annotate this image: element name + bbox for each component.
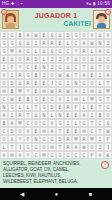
grid-cell[interactable]: W [32,31,40,39]
grid-cell[interactable]: R [16,71,24,79]
grid-cell[interactable]: N [72,79,80,87]
grid-cell[interactable]: N [32,135,40,143]
grid-cell[interactable]: A [0,111,8,119]
grid-cell[interactable]: R [24,79,32,87]
word-list-line: WILDEBEEST, ELEPHANT, BELUGA, [3,179,109,185]
grid-cell[interactable]: R [64,143,72,151]
recents-icon[interactable]: ■ [89,188,92,200]
grid-cell[interactable]: S [32,95,40,103]
grid-cell[interactable]: Y [72,47,80,55]
grid-cell[interactable]: N [40,111,48,119]
grid-cell[interactable]: M [16,87,24,95]
grid-cell[interactable]: A [16,47,24,55]
grid-cell[interactable]: S [24,71,32,79]
grid-cell[interactable]: U [88,55,96,63]
grid-cell[interactable]: L [72,119,80,127]
word-list: SQUIRREL, REINDEER, ANCHOVIES,ALLIGATOR,… [3,161,109,185]
grid-cell[interactable]: A [72,87,80,95]
avatar-body [97,23,106,28]
grid-cell[interactable]: G [32,143,40,151]
grid-cell[interactable]: S [56,151,64,159]
grid-cell[interactable]: I [96,71,104,79]
grid-cell[interactable]: L [80,103,88,111]
grid-cell[interactable]: F [24,135,32,143]
grid-cell[interactable]: Q [48,31,56,39]
grid-cell[interactable]: D [32,55,40,63]
grid-cell[interactable]: E [0,55,8,63]
status-bar: HG ✚ ◌ ▪ ▾▴ ▮ 10:56 [0,0,112,8]
grid-cell[interactable]: S [0,47,8,55]
grid-cell[interactable]: X [8,135,16,143]
grid-cell[interactable]: L [64,39,72,47]
android-nav-bar: ◀ ● ■ [0,188,112,200]
grid-cell[interactable]: V [56,95,64,103]
grid-cell[interactable]: B [16,31,24,39]
grid-cell[interactable]: V [48,119,56,127]
grid-cell[interactable]: T [72,71,80,79]
grid-cell[interactable]: S [0,39,8,47]
player1-avatar: 8 [2,10,19,29]
grid-cell[interactable]: C [0,127,8,135]
grid-cell[interactable]: C [88,127,96,135]
grid-cell[interactable]: U [40,47,48,55]
grid-cell[interactable]: M [88,95,96,103]
player2-name: CAKITEI [21,20,91,27]
grid-cell[interactable]: G [48,135,56,143]
grid-cell[interactable]: N [96,39,104,47]
grid-cell[interactable]: V [96,151,104,159]
grid-cell[interactable]: E [32,63,40,71]
grid-cell[interactable]: G [56,47,64,55]
grid-cell[interactable]: G [24,47,32,55]
grid-cell[interactable]: I [64,119,72,127]
grid-cell[interactable]: L [0,143,8,151]
grid-cell[interactable]: C [24,119,32,127]
grid-cell[interactable]: I [96,135,104,143]
grid-cell[interactable]: S [40,103,48,111]
grid-cell[interactable]: M [88,135,96,143]
grid-cell[interactable]: Ç [72,63,80,71]
grid-cell[interactable]: S [8,103,16,111]
grid-cell[interactable]: M [8,47,16,55]
grid-cell[interactable]: L [88,47,96,55]
grid-cell[interactable]: E [72,111,80,119]
avatar-face [7,16,14,23]
grid-cell[interactable]: E [16,95,24,103]
grid-cell[interactable]: W [56,71,64,79]
grid-cell[interactable]: A [80,111,88,119]
grid-cell[interactable]: U [8,55,16,63]
grid-cell[interactable]: T [56,127,64,135]
grid-cell[interactable]: G [56,63,64,71]
grid-cell[interactable]: W [80,143,88,151]
grid-cell[interactable]: A [96,47,104,55]
grid-cell[interactable]: I [80,87,88,95]
grid-cell[interactable]: G [40,119,48,127]
grid-cell[interactable]: S [96,95,104,103]
grid-cell[interactable]: U [96,87,104,95]
grid-cell[interactable]: O [80,31,88,39]
grid-cell[interactable]: P [104,135,112,143]
grid-cell[interactable]: K [104,151,112,159]
grid-cell[interactable]: F [64,55,72,63]
grid-cell[interactable]: A [104,71,112,79]
grid-cell[interactable]: H [40,87,48,95]
grid-cell[interactable]: W [104,127,112,135]
grid-cell[interactable]: N [0,103,8,111]
grid-cell[interactable]: C [32,151,40,159]
app-screen: HG ✚ ◌ ▪ ▾▴ ▮ 10:56 8 JUGADOR 1 CAKITEI … [0,0,112,200]
grid-cell[interactable]: L [48,111,56,119]
signal-icon: ▾▴ ▮ [86,1,95,6]
grid-cell[interactable]: U [96,31,104,39]
grid-cell[interactable]: A [24,31,32,39]
grid-cell[interactable]: Z [0,31,8,39]
grid-cell[interactable]: E [32,79,40,87]
grid-cell[interactable]: R [24,55,32,63]
grid-cell[interactable]: O [104,63,112,71]
grid-cell[interactable]: G [40,135,48,143]
grid-cell[interactable]: A [72,143,80,151]
grid-cell[interactable]: H [0,87,8,95]
grid-cell[interactable]: M [104,87,112,95]
grid-cell[interactable]: E [32,87,40,95]
grid-cell[interactable]: V [0,71,8,79]
grid-cell[interactable]: B [96,111,104,119]
grid-cell[interactable]: T [24,111,32,119]
grid-cell[interactable]: G [80,79,88,87]
grid-cell[interactable]: T [96,103,104,111]
grid-cell[interactable]: I [88,111,96,119]
grid-cell[interactable]: Ç [72,151,80,159]
grid-cell[interactable]: H [80,127,88,135]
grid-cell[interactable]: O [88,143,96,151]
grid-cell[interactable]: J [104,143,112,151]
grid-cell[interactable]: Y [24,87,32,95]
clock-text: 10:56 [97,1,110,6]
grid-cell[interactable]: W [8,95,16,103]
grid-cell[interactable]: B [8,87,16,95]
hint-button[interactable]: ? [101,161,109,169]
grid-cell[interactable]: E [40,31,48,39]
grid-cell[interactable]: I [64,79,72,87]
grid-cell[interactable]: R [48,39,56,47]
grid-cell[interactable]: L [80,95,88,103]
grid-cell[interactable]: S [72,31,80,39]
grid-cell[interactable]: E [72,127,80,135]
grid-cell[interactable]: E [40,79,48,87]
grid-cell[interactable]: L [32,47,40,55]
grid-cell[interactable]: A [80,39,88,47]
grid-cell[interactable]: S [8,39,16,47]
grid-cell[interactable]: R [80,47,88,55]
grid-cell[interactable]: H [48,143,56,151]
grid-cell[interactable]: R [80,135,88,143]
grid-cell[interactable]: Q [48,47,56,55]
grid-cell[interactable]: K [64,71,72,79]
grid-cell[interactable]: A [80,71,88,79]
avatar-body [6,23,15,28]
grid-cell[interactable]: O [88,79,96,87]
players-header: 8 JUGADOR 1 CAKITEI 7 [0,8,112,31]
grid-cell[interactable]: T [104,79,112,87]
grid-cell[interactable]: Z [48,55,56,63]
word-list-panel: SQUIRREL, REINDEER, ANCHOVIES,ALLIGATOR,… [0,159,112,188]
grid-cell[interactable]: T [8,143,16,151]
grid-cell[interactable]: F [8,63,16,71]
grid-cell[interactable]: O [80,55,88,63]
grid-cell[interactable]: E [32,127,40,135]
grid-cell[interactable]: U [64,63,72,71]
grid-cell[interactable]: T [96,63,104,71]
grid-cell[interactable]: Y [16,63,24,71]
player2-avatar: 7 [93,10,110,29]
grid-cell[interactable]: E [88,71,96,79]
grid-cell[interactable]: P [88,151,96,159]
grid-cell[interactable]: H [88,87,96,95]
grid-cell[interactable]: G [104,47,112,55]
grid-cell[interactable]: U [56,31,64,39]
grid-cell[interactable]: S [24,143,32,151]
grid-cell[interactable]: D [64,31,72,39]
grid-cell[interactable]: O [0,79,8,87]
grid-cell[interactable]: W [48,87,56,95]
grid-cell[interactable]: S [56,119,64,127]
grid-cell[interactable]: R [64,103,72,111]
notification-icons: HG ✚ ◌ ▪ [2,0,23,8]
grid-cell[interactable]: G [56,79,64,87]
grid-cell[interactable]: U [72,55,80,63]
grid-cell[interactable]: R [16,111,24,119]
grid-cell[interactable]: G [64,151,72,159]
grid-cell[interactable]: B [0,119,8,127]
grid-cell[interactable]: Z [96,143,104,151]
grid-cell[interactable]: G [48,95,56,103]
grid-cell[interactable]: J [48,79,56,87]
grid-cell[interactable]: L [24,103,32,111]
grid-cell[interactable]: L [96,79,104,87]
grid-cell[interactable]: M [16,119,24,127]
grid-cell[interactable]: T [88,119,96,127]
grid-cell[interactable]: U [16,79,24,87]
grid-cell[interactable]: T [56,143,64,151]
grid-cell[interactable]: G [104,55,112,63]
player1-score-badge: 8 [1,9,7,15]
grid-cell[interactable]: O [48,71,56,79]
grid-cell[interactable]: H [40,127,48,135]
grid-cell[interactable]: R [56,87,64,95]
grid-cell[interactable]: I [64,95,72,103]
grid-cell[interactable]: T [32,103,40,111]
grid-cell[interactable]: O [16,55,24,63]
grid-cell[interactable]: U [88,63,96,71]
player-names: JUGADOR 1 CAKITEI [19,12,93,27]
grid-cell[interactable]: O [104,111,112,119]
grid-cell[interactable]: T [96,127,104,135]
grid-cell[interactable]: Ç [80,151,88,159]
grid-cell[interactable]: W [88,39,96,47]
grid-cell[interactable]: Ç [64,47,72,55]
grid-cell[interactable]: N [56,111,64,119]
grid-cell[interactable]: A [48,127,56,135]
grid-cell[interactable]: E [64,127,72,135]
grid-cell[interactable]: C [24,63,32,71]
grid-cell[interactable]: G [80,119,88,127]
grid-cell[interactable]: O [32,119,40,127]
grid-cell[interactable]: M [72,135,80,143]
home-icon[interactable]: ● [55,188,58,200]
grid-cell[interactable]: P [72,103,80,111]
grid-cell[interactable]: N [40,63,48,71]
grid-cell[interactable]: Q [104,119,112,127]
grid-cell[interactable]: U [32,111,40,119]
word-search-grid[interactable]: ZGBAWEQUDSOVUVSSQUIRRELÇAWNZSMAGLUQGÇYRL… [0,31,112,159]
grid-cell[interactable]: E [64,111,72,119]
grid-cell[interactable]: I [8,71,16,79]
player2-score-badge: 7 [105,9,111,15]
back-icon[interactable]: ◀ [20,188,24,200]
grid-cell[interactable]: W [64,87,72,95]
grid-cell[interactable]: H [72,95,80,103]
grid-cell[interactable]: T [104,95,112,103]
grid-cell[interactable]: O [16,127,24,135]
grid-cell[interactable]: E [40,95,48,103]
grid-cell[interactable]: V [88,31,96,39]
grid-cell[interactable]: R [64,135,72,143]
grid-cell[interactable]: L [16,103,24,111]
avatar-face [98,16,105,23]
grid-cell[interactable]: D [56,135,64,143]
grid-cell[interactable]: D [48,103,56,111]
grid-cell[interactable]: I [8,111,16,119]
grid-cell[interactable]: Z [104,39,112,47]
grid-cell[interactable]: G [8,31,16,39]
grid-cell[interactable]: Y [24,151,32,159]
player1-name: JUGADOR 1 [21,12,91,19]
grid-cell[interactable]: E [56,103,64,111]
grid-cell[interactable]: O [40,143,48,151]
grid-cell[interactable]: J [16,143,24,151]
grid-cell[interactable]: V [24,127,32,135]
grid-cell[interactable]: E [56,39,64,47]
grid-cell[interactable]: Z [56,55,64,63]
grid-cell[interactable]: G [48,151,56,159]
grid-cell[interactable]: T [80,63,88,71]
grid-cell[interactable]: M [40,151,48,159]
grid-cell[interactable]: A [8,119,16,127]
grid-cell[interactable]: L [40,55,48,63]
grid-cell[interactable]: Q [16,39,24,47]
grid-cell[interactable]: Ç [72,39,80,47]
grid-cell[interactable]: I [32,39,40,47]
grid-cell[interactable]: O [0,135,8,143]
grid-cell[interactable]: V [0,151,8,159]
grid-cell[interactable]: D [8,79,16,87]
grid-cell[interactable]: B [24,95,32,103]
grid-cell[interactable]: I [0,63,8,71]
grid-cell[interactable]: Ç [96,119,104,127]
grid-cell[interactable]: D [8,127,16,135]
grid-cell[interactable]: U [24,39,32,47]
grid-cell[interactable]: H [8,151,16,159]
grid-cell[interactable]: B [32,71,40,79]
grid-cell[interactable]: R [40,39,48,47]
grid-cell[interactable]: C [0,95,8,103]
grid-cell[interactable]: G [104,103,112,111]
system-status-icons: ▾▴ ▮ 10:56 [86,0,110,8]
grid-cell[interactable]: V [104,31,112,39]
grid-cell[interactable]: U [96,55,104,63]
grid-cell[interactable]: Z [40,71,48,79]
grid-cell[interactable]: E [88,103,96,111]
grid-cell[interactable]: Y [16,135,24,143]
grid-cell[interactable]: V [16,151,24,159]
grid-cell[interactable]: Z [48,63,56,71]
